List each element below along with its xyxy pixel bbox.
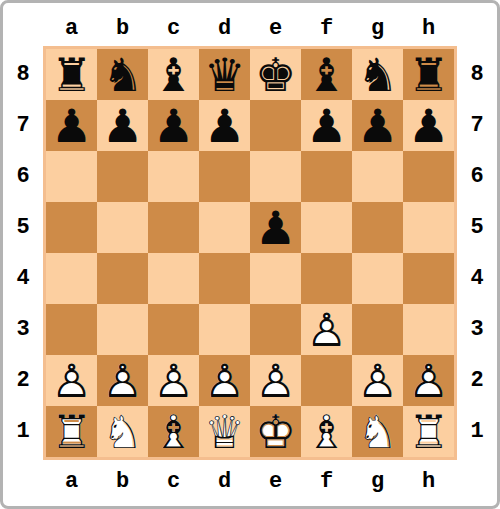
piece-white-knight[interactable]: ♞♘ (97, 406, 148, 457)
square-c5[interactable] (148, 202, 199, 253)
piece-solid-glyph: ♞ (97, 49, 148, 100)
rank-label-right-8: 8 (470, 62, 483, 87)
piece-black-pawn[interactable]: ♟ (352, 100, 403, 151)
square-g5[interactable] (352, 202, 403, 253)
piece-outline-glyph: ♙ (199, 355, 250, 406)
file-label-top-b: b (97, 16, 148, 41)
piece-outline-glyph: ♙ (301, 304, 352, 355)
file-label-top-f: f (301, 16, 352, 41)
file-label-top-e: e (250, 16, 301, 41)
file-labels-top: abcdefgh (46, 10, 454, 46)
file-label-bottom-f: f (301, 469, 352, 494)
piece-white-king[interactable]: ♚♔ (250, 406, 301, 457)
piece-solid-glyph: ♞ (352, 49, 403, 100)
rank-labels-left: 87654321 (3, 49, 43, 457)
square-g6[interactable] (352, 151, 403, 202)
piece-solid-glyph: ♝ (301, 49, 352, 100)
rank-label-left-5: 5 (16, 215, 29, 240)
square-d4[interactable] (199, 253, 250, 304)
square-c2[interactable]: ♟♙ (148, 355, 199, 406)
piece-white-knight[interactable]: ♞♘ (352, 406, 403, 457)
piece-white-pawn[interactable]: ♟♙ (199, 355, 250, 406)
piece-black-king[interactable]: ♚ (250, 49, 301, 100)
rank-label-right-6: 6 (470, 164, 483, 189)
square-e4[interactable] (250, 253, 301, 304)
piece-solid-glyph: ♛ (199, 49, 250, 100)
square-a6[interactable] (46, 151, 97, 202)
square-e7[interactable] (250, 100, 301, 151)
rank-label-right-1: 1 (470, 419, 483, 444)
piece-black-queen[interactable]: ♛ (199, 49, 250, 100)
rank-label-left-4: 4 (16, 266, 29, 291)
square-g3[interactable] (352, 304, 403, 355)
piece-outline-glyph: ♙ (148, 355, 199, 406)
square-d7[interactable]: ♟ (199, 100, 250, 151)
square-h1[interactable]: ♜♖ (403, 406, 454, 457)
square-d2[interactable]: ♟♙ (199, 355, 250, 406)
square-f4[interactable] (301, 253, 352, 304)
square-c6[interactable] (148, 151, 199, 202)
square-g7[interactable]: ♟ (352, 100, 403, 151)
piece-outline-glyph: ♖ (46, 406, 97, 457)
rank-label-left-1: 1 (16, 419, 29, 444)
square-e3[interactable] (250, 304, 301, 355)
square-b8[interactable]: ♞ (97, 49, 148, 100)
rank-label-left-2: 2 (16, 368, 29, 393)
file-label-bottom-d: d (199, 469, 250, 494)
square-h4[interactable] (403, 253, 454, 304)
piece-black-pawn[interactable]: ♟ (403, 100, 454, 151)
piece-white-pawn[interactable]: ♟♙ (403, 355, 454, 406)
piece-solid-glyph: ♟ (301, 100, 352, 151)
file-label-bottom-g: g (352, 469, 403, 494)
square-f2[interactable] (301, 355, 352, 406)
piece-white-queen[interactable]: ♛♕ (199, 406, 250, 457)
square-e2[interactable]: ♟♙ (250, 355, 301, 406)
square-a7[interactable]: ♟ (46, 100, 97, 151)
piece-black-pawn[interactable]: ♟ (199, 100, 250, 151)
piece-black-pawn[interactable]: ♟ (46, 100, 97, 151)
piece-solid-glyph: ♜ (403, 49, 454, 100)
piece-solid-glyph: ♟ (403, 100, 454, 151)
rank-label-right-3: 3 (470, 317, 483, 342)
rank-label-right-2: 2 (470, 368, 483, 393)
square-g1[interactable]: ♞♘ (352, 406, 403, 457)
file-label-top-h: h (403, 16, 454, 41)
piece-black-pawn[interactable]: ♟ (148, 100, 199, 151)
piece-outline-glyph: ♗ (301, 406, 352, 457)
square-f7[interactable]: ♟ (301, 100, 352, 151)
square-b6[interactable] (97, 151, 148, 202)
square-f6[interactable] (301, 151, 352, 202)
square-a3[interactable] (46, 304, 97, 355)
file-label-top-d: d (199, 16, 250, 41)
square-g2[interactable]: ♟♙ (352, 355, 403, 406)
square-d3[interactable] (199, 304, 250, 355)
piece-solid-glyph: ♟ (250, 202, 301, 253)
file-label-top-g: g (352, 16, 403, 41)
board-frame: ♜♞♝♛♚♝♞♜♟♟♟♟♟♟♟♟♟♙♟♙♟♙♟♙♟♙♟♙♟♙♟♙♜♖♞♘♝♗♛♕… (43, 46, 457, 460)
piece-black-knight[interactable]: ♞ (352, 49, 403, 100)
square-a2[interactable]: ♟♙ (46, 355, 97, 406)
file-label-bottom-b: b (97, 469, 148, 494)
piece-solid-glyph: ♚ (250, 49, 301, 100)
square-a4[interactable] (46, 253, 97, 304)
piece-black-pawn[interactable]: ♟ (97, 100, 148, 151)
square-h2[interactable]: ♟♙ (403, 355, 454, 406)
piece-white-pawn[interactable]: ♟♙ (250, 355, 301, 406)
piece-black-bishop[interactable]: ♝ (148, 49, 199, 100)
square-e1[interactable]: ♚♔ (250, 406, 301, 457)
square-h6[interactable] (403, 151, 454, 202)
square-a8[interactable]: ♜ (46, 49, 97, 100)
piece-black-rook[interactable]: ♜ (46, 49, 97, 100)
square-c8[interactable]: ♝ (148, 49, 199, 100)
piece-outline-glyph: ♙ (403, 355, 454, 406)
square-e6[interactable] (250, 151, 301, 202)
square-h8[interactable]: ♜ (403, 49, 454, 100)
piece-solid-glyph: ♝ (148, 49, 199, 100)
piece-black-pawn[interactable]: ♟ (250, 202, 301, 253)
square-b1[interactable]: ♞♘ (97, 406, 148, 457)
square-b2[interactable]: ♟♙ (97, 355, 148, 406)
piece-black-bishop[interactable]: ♝ (301, 49, 352, 100)
piece-white-bishop[interactable]: ♝♗ (148, 406, 199, 457)
square-a5[interactable] (46, 202, 97, 253)
square-g4[interactable] (352, 253, 403, 304)
rank-label-right-4: 4 (470, 266, 483, 291)
square-e5[interactable]: ♟ (250, 202, 301, 253)
piece-white-rook[interactable]: ♜♖ (46, 406, 97, 457)
chess-diagram: abcdefgh 87654321 ♜♞♝♛♚♝♞♜♟♟♟♟♟♟♟♟♟♙♟♙♟♙… (0, 0, 500, 509)
piece-black-knight[interactable]: ♞ (97, 49, 148, 100)
square-d8[interactable]: ♛ (199, 49, 250, 100)
square-h5[interactable] (403, 202, 454, 253)
rank-labels-right: 87654321 (457, 49, 497, 457)
square-b5[interactable] (97, 202, 148, 253)
rank-label-left-6: 6 (16, 164, 29, 189)
square-e8[interactable]: ♚ (250, 49, 301, 100)
rank-label-right-5: 5 (470, 215, 483, 240)
square-b4[interactable] (97, 253, 148, 304)
chess-board: ♜♞♝♛♚♝♞♜♟♟♟♟♟♟♟♟♟♙♟♙♟♙♟♙♟♙♟♙♟♙♟♙♜♖♞♘♝♗♛♕… (46, 49, 454, 457)
file-label-bottom-h: h (403, 469, 454, 494)
square-f1[interactable]: ♝♗ (301, 406, 352, 457)
piece-white-pawn[interactable]: ♟♙ (301, 304, 352, 355)
piece-outline-glyph: ♗ (148, 406, 199, 457)
square-b3[interactable] (97, 304, 148, 355)
piece-outline-glyph: ♕ (199, 406, 250, 457)
piece-outline-glyph: ♘ (97, 406, 148, 457)
piece-white-pawn[interactable]: ♟♙ (46, 355, 97, 406)
square-d1[interactable]: ♛♕ (199, 406, 250, 457)
piece-solid-glyph: ♜ (46, 49, 97, 100)
board-middle-band: 87654321 ♜♞♝♛♚♝♞♜♟♟♟♟♟♟♟♟♟♙♟♙♟♙♟♙♟♙♟♙♟♙♟… (3, 46, 497, 460)
file-label-top-c: c (148, 16, 199, 41)
piece-outline-glyph: ♘ (352, 406, 403, 457)
file-labels-bottom: abcdefgh (46, 460, 454, 502)
piece-outline-glyph: ♔ (250, 406, 301, 457)
square-d5[interactable] (199, 202, 250, 253)
piece-solid-glyph: ♟ (97, 100, 148, 151)
rank-label-left-3: 3 (16, 317, 29, 342)
rank-label-left-7: 7 (16, 113, 29, 138)
square-f8[interactable]: ♝ (301, 49, 352, 100)
square-b7[interactable]: ♟ (97, 100, 148, 151)
piece-white-pawn[interactable]: ♟♙ (97, 355, 148, 406)
piece-white-bishop[interactable]: ♝♗ (301, 406, 352, 457)
piece-solid-glyph: ♟ (46, 100, 97, 151)
piece-white-rook[interactable]: ♜♖ (403, 406, 454, 457)
square-f3[interactable]: ♟♙ (301, 304, 352, 355)
rank-label-left-8: 8 (16, 62, 29, 87)
piece-solid-glyph: ♟ (352, 100, 403, 151)
square-c7[interactable]: ♟ (148, 100, 199, 151)
square-g8[interactable]: ♞ (352, 49, 403, 100)
square-h3[interactable] (403, 304, 454, 355)
piece-black-pawn[interactable]: ♟ (301, 100, 352, 151)
rank-label-right-7: 7 (470, 113, 483, 138)
piece-solid-glyph: ♟ (148, 100, 199, 151)
file-label-top-a: a (46, 16, 97, 41)
file-label-bottom-c: c (148, 469, 199, 494)
square-d6[interactable] (199, 151, 250, 202)
piece-black-rook[interactable]: ♜ (403, 49, 454, 100)
square-a1[interactable]: ♜♖ (46, 406, 97, 457)
piece-outline-glyph: ♙ (46, 355, 97, 406)
square-c3[interactable] (148, 304, 199, 355)
square-f5[interactable] (301, 202, 352, 253)
piece-outline-glyph: ♖ (403, 406, 454, 457)
piece-outline-glyph: ♙ (352, 355, 403, 406)
piece-outline-glyph: ♙ (250, 355, 301, 406)
square-c1[interactable]: ♝♗ (148, 406, 199, 457)
file-label-bottom-a: a (46, 469, 97, 494)
square-h7[interactable]: ♟ (403, 100, 454, 151)
piece-solid-glyph: ♟ (199, 100, 250, 151)
square-c4[interactable] (148, 253, 199, 304)
piece-white-pawn[interactable]: ♟♙ (148, 355, 199, 406)
piece-outline-glyph: ♙ (97, 355, 148, 406)
piece-white-pawn[interactable]: ♟♙ (352, 355, 403, 406)
file-label-bottom-e: e (250, 469, 301, 494)
